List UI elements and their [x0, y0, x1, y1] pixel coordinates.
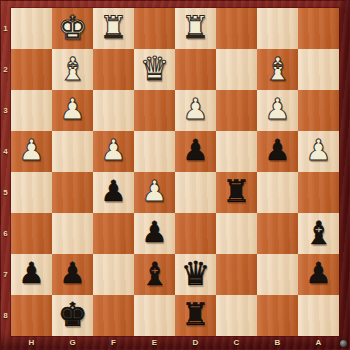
square-f3[interactable]: [93, 90, 134, 131]
white-king-g1[interactable]: ♚: [58, 11, 88, 44]
square-g3[interactable]: ♟: [52, 90, 93, 131]
white-pawn-a4[interactable]: ♟: [306, 136, 332, 165]
square-e1[interactable]: [134, 8, 175, 49]
square-c2[interactable]: [216, 49, 257, 90]
square-c4[interactable]: [216, 131, 257, 172]
square-a8[interactable]: [298, 295, 339, 336]
file-labels: HGFEDCBA: [11, 336, 339, 350]
square-g4[interactable]: [52, 131, 93, 172]
black-rook-d8[interactable]: ♜: [182, 299, 210, 330]
square-g1[interactable]: ♚: [52, 8, 93, 49]
square-c7[interactable]: [216, 254, 257, 295]
square-f6[interactable]: [93, 213, 134, 254]
square-h2[interactable]: [11, 49, 52, 90]
square-f2[interactable]: [93, 49, 134, 90]
square-c6[interactable]: [216, 213, 257, 254]
square-g6[interactable]: [52, 213, 93, 254]
square-e2[interactable]: ♛: [134, 49, 175, 90]
black-bishop-a6[interactable]: ♝: [304, 217, 333, 249]
black-bishop-e7[interactable]: ♝: [140, 258, 169, 290]
file-label-g: G: [52, 336, 93, 350]
square-g7[interactable]: ♟: [52, 254, 93, 295]
square-e5[interactable]: ♟: [134, 172, 175, 213]
square-h6[interactable]: [11, 213, 52, 254]
square-d8[interactable]: ♜: [175, 295, 216, 336]
square-a3[interactable]: [298, 90, 339, 131]
file-label-f: F: [93, 336, 134, 350]
square-d5[interactable]: [175, 172, 216, 213]
square-c8[interactable]: [216, 295, 257, 336]
black-pawn-e6[interactable]: ♟: [142, 218, 168, 247]
square-h4[interactable]: ♟: [11, 131, 52, 172]
square-d6[interactable]: [175, 213, 216, 254]
square-c1[interactable]: [216, 8, 257, 49]
square-d1[interactable]: ♜: [175, 8, 216, 49]
square-b1[interactable]: [257, 8, 298, 49]
square-a7[interactable]: ♟: [298, 254, 339, 295]
square-b5[interactable]: [257, 172, 298, 213]
white-pawn-b3[interactable]: ♟: [265, 95, 291, 124]
square-f8[interactable]: [93, 295, 134, 336]
square-b3[interactable]: ♟: [257, 90, 298, 131]
white-pawn-g3[interactable]: ♟: [60, 95, 86, 124]
white-bishop-g2[interactable]: ♝: [58, 53, 87, 85]
chess-board: ♚♜♜♝♛♝♟♟♟♟♟♟♟♟♟♟♜♟♝♟♟♝♛♟♚♜: [11, 8, 339, 336]
side-to-move-indicator: [340, 340, 347, 347]
square-b7[interactable]: [257, 254, 298, 295]
square-c5[interactable]: ♜: [216, 172, 257, 213]
white-queen-e2[interactable]: ♛: [140, 52, 170, 85]
square-g8[interactable]: ♚: [52, 295, 93, 336]
file-label-b: B: [257, 336, 298, 350]
rank-label-1: 1: [0, 8, 11, 49]
white-pawn-f4[interactable]: ♟: [101, 136, 127, 165]
white-bishop-b2[interactable]: ♝: [263, 53, 292, 85]
rank-label-2: 2: [0, 49, 11, 90]
square-f4[interactable]: ♟: [93, 131, 134, 172]
square-h7[interactable]: ♟: [11, 254, 52, 295]
black-pawn-g7[interactable]: ♟: [60, 259, 86, 288]
black-pawn-d4[interactable]: ♟: [183, 136, 209, 165]
file-label-h: H: [11, 336, 52, 350]
square-f1[interactable]: ♜: [93, 8, 134, 49]
file-label-e: E: [134, 336, 175, 350]
square-e7[interactable]: ♝: [134, 254, 175, 295]
file-label-d: D: [175, 336, 216, 350]
file-label-c: C: [216, 336, 257, 350]
rank-label-4: 4: [0, 131, 11, 172]
black-pawn-a7[interactable]: ♟: [306, 259, 332, 288]
rank-label-5: 5: [0, 172, 11, 213]
rank-label-8: 8: [0, 295, 11, 336]
rank-label-7: 7: [0, 254, 11, 295]
white-pawn-d3[interactable]: ♟: [183, 95, 209, 124]
file-label-a: A: [298, 336, 339, 350]
square-d3[interactable]: ♟: [175, 90, 216, 131]
board-frame: ♚♜♜♝♛♝♟♟♟♟♟♟♟♟♟♟♜♟♝♟♟♝♛♟♚♜ 12345678 HGFE…: [0, 0, 350, 350]
rank-label-3: 3: [0, 90, 11, 131]
white-rook-f1[interactable]: ♜: [100, 12, 128, 43]
square-h1[interactable]: [11, 8, 52, 49]
black-king-g8[interactable]: ♚: [58, 298, 88, 331]
square-h5[interactable]: [11, 172, 52, 213]
square-a2[interactable]: [298, 49, 339, 90]
square-e8[interactable]: [134, 295, 175, 336]
square-b6[interactable]: [257, 213, 298, 254]
square-b4[interactable]: ♟: [257, 131, 298, 172]
square-a1[interactable]: [298, 8, 339, 49]
white-rook-d1[interactable]: ♜: [182, 12, 210, 43]
square-b8[interactable]: [257, 295, 298, 336]
square-h8[interactable]: [11, 295, 52, 336]
white-pawn-h4[interactable]: ♟: [19, 136, 45, 165]
square-d2[interactable]: [175, 49, 216, 90]
square-h3[interactable]: [11, 90, 52, 131]
white-pawn-e5[interactable]: ♟: [142, 177, 168, 206]
square-d7[interactable]: ♛: [175, 254, 216, 295]
square-f5[interactable]: ♟: [93, 172, 134, 213]
rank-label-6: 6: [0, 213, 11, 254]
black-pawn-f5[interactable]: ♟: [101, 177, 127, 206]
square-e6[interactable]: ♟: [134, 213, 175, 254]
black-queen-d7[interactable]: ♛: [181, 257, 211, 290]
square-e3[interactable]: [134, 90, 175, 131]
rank-labels: 12345678: [0, 8, 11, 336]
black-pawn-h7[interactable]: ♟: [19, 259, 45, 288]
square-g2[interactable]: ♝: [52, 49, 93, 90]
square-d4[interactable]: ♟: [175, 131, 216, 172]
square-c3[interactable]: [216, 90, 257, 131]
square-a6[interactable]: ♝: [298, 213, 339, 254]
square-b2[interactable]: ♝: [257, 49, 298, 90]
square-f7[interactable]: [93, 254, 134, 295]
black-rook-c5[interactable]: ♜: [223, 176, 251, 207]
square-a5[interactable]: [298, 172, 339, 213]
square-g5[interactable]: [52, 172, 93, 213]
square-e4[interactable]: [134, 131, 175, 172]
black-pawn-b4[interactable]: ♟: [265, 136, 291, 165]
square-a4[interactable]: ♟: [298, 131, 339, 172]
